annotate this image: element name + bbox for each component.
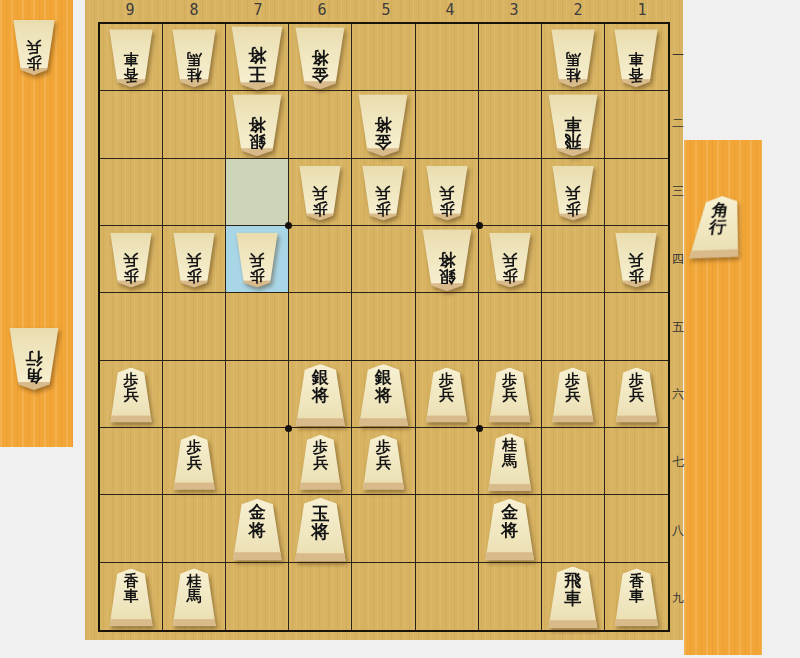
square-39[interactable] [479,563,542,630]
square-43[interactable]: 歩兵 [416,159,479,226]
square-32[interactable] [479,91,542,158]
piece-kanji: 桂馬 [565,51,580,82]
piece-sente-king[interactable]: 玉将 [293,498,347,562]
piece-sente-pawn[interactable]: 歩兵 [425,367,469,422]
square-29[interactable]: 飛車 [542,563,605,630]
file-label-2: 2 [546,1,610,20]
square-21[interactable]: 桂馬 [542,24,605,91]
rank-label-9: 九 [672,564,684,632]
square-81[interactable]: 桂馬 [163,24,226,91]
piece-gote-pawn[interactable]: 歩兵 [614,233,658,288]
piece-sente-lance[interactable]: 香車 [108,568,154,626]
square-91[interactable]: 香車 [100,24,163,91]
square-62[interactable] [289,91,352,158]
piece-kanji: 銀将 [249,116,266,151]
piece-kanji: 王将 [248,46,266,83]
piece-sente-pawn[interactable]: 歩兵 [298,435,342,490]
square-68[interactable]: 玉将 [289,495,352,562]
piece-sente-pawn[interactable]: 歩兵 [361,435,405,490]
piece-kanji: 銀将 [312,370,329,405]
rank-label-2: 二 [672,90,684,158]
rank-label-8: 八 [672,496,684,564]
square-18[interactable] [605,495,668,562]
piece-gote-gold[interactable]: 金将 [294,27,346,89]
square-11[interactable]: 香車 [605,24,668,91]
square-82[interactable] [163,91,226,158]
square-75[interactable] [226,293,289,360]
square-38[interactable]: 金将 [479,495,542,562]
piece-gote-pawn[interactable]: 歩兵 [361,165,405,220]
square-27[interactable] [542,428,605,495]
piece-gote-pawn[interactable]: 歩兵 [12,20,56,75]
piece-kanji: 香車 [124,51,139,82]
board-grid: 香車桂馬王将金将桂馬香車銀将金将飛車歩兵歩兵歩兵歩兵歩兵歩兵歩兵銀将歩兵歩兵歩兵… [98,22,670,632]
rank-label-3: 三 [672,158,684,226]
piece-gote-pawn[interactable]: 歩兵 [235,233,279,288]
file-label-9: 9 [98,1,162,20]
square-93[interactable] [100,159,163,226]
square-59[interactable] [352,563,415,630]
piece-gote-silver[interactable]: 銀将 [231,95,283,157]
piece-edge [613,619,659,627]
square-53[interactable]: 歩兵 [352,159,415,226]
piece-kanji: 角行 [26,349,43,384]
shogi-board: 9 8 7 6 5 4 3 2 1 一 二 三 四 五 六 七 八 九 香車桂馬… [85,0,683,640]
square-94[interactable]: 歩兵 [100,226,163,293]
piece-edge [488,415,532,422]
star-point [285,222,292,229]
piece-gote-bishop[interactable]: 角行 [8,328,60,390]
piece-kanji: 歩兵 [565,372,580,403]
piece-edge [231,553,283,561]
piece-kanji: 金将 [501,504,518,539]
piece-kanji: 桂馬 [187,574,202,605]
piece-gote-pawn[interactable]: 歩兵 [551,165,595,220]
square-48[interactable] [416,495,479,562]
square-22[interactable]: 飛車 [542,91,605,158]
square-41[interactable] [416,24,479,91]
shogi-app: { "game": "shogi", "position": { "sfen":… [0,0,800,658]
piece-gote-rook[interactable]: 飛車 [547,95,599,157]
piece-kanji: 香車 [629,574,644,605]
square-24[interactable] [542,226,605,293]
gote-captured-tray: 歩兵角行 [0,0,73,447]
square-74[interactable]: 歩兵 [226,226,289,293]
square-25[interactable] [542,293,605,360]
square-85[interactable] [163,293,226,360]
square-63[interactable]: 歩兵 [289,159,352,226]
square-66[interactable]: 銀将 [289,361,352,428]
square-78[interactable]: 金将 [226,495,289,562]
piece-kanji: 金将 [312,48,329,83]
square-56[interactable]: 銀将 [352,361,415,428]
square-44[interactable]: 銀将 [416,226,479,293]
piece-kanji: 玉将 [311,505,329,542]
square-76[interactable] [226,361,289,428]
piece-edge [109,415,153,422]
piece-sente-gold[interactable]: 金将 [231,499,283,561]
square-98[interactable] [100,495,163,562]
square-16[interactable]: 歩兵 [605,361,668,428]
square-73[interactable] [226,159,289,226]
file-label-5: 5 [354,1,418,20]
piece-gote-pawn[interactable]: 歩兵 [109,233,153,288]
square-65[interactable] [289,293,352,360]
piece-kanji: 飛車 [564,116,581,151]
piece-gote-pawn[interactable]: 歩兵 [425,165,469,220]
square-15[interactable] [605,293,668,360]
square-23[interactable]: 歩兵 [542,159,605,226]
piece-gote-lance[interactable]: 香車 [613,29,659,87]
piece-edge [357,418,409,426]
square-58[interactable] [352,495,415,562]
square-35[interactable] [479,293,542,360]
square-87[interactable]: 歩兵 [163,428,226,495]
piece-kanji: 歩兵 [124,372,139,403]
piece-gote-lance[interactable]: 香車 [108,29,154,87]
file-labels: 9 8 7 6 5 4 3 2 1 [98,1,674,20]
square-79[interactable] [226,563,289,630]
square-51[interactable] [352,24,415,91]
piece-kanji: 歩兵 [629,372,644,403]
square-57[interactable]: 歩兵 [352,428,415,495]
piece-edge [298,483,342,490]
square-64[interactable] [289,226,352,293]
square-47[interactable] [416,428,479,495]
file-label-3: 3 [482,1,546,20]
square-95[interactable] [100,293,163,360]
star-point [476,425,483,432]
square-14[interactable]: 歩兵 [605,226,668,293]
piece-edge [171,619,217,627]
square-69[interactable] [289,563,352,630]
square-19[interactable]: 香車 [605,563,668,630]
file-label-6: 6 [290,1,354,20]
rank-labels: 一 二 三 四 五 六 七 八 九 [672,22,684,632]
square-26[interactable]: 歩兵 [542,361,605,428]
square-33[interactable] [479,159,542,226]
square-84[interactable]: 歩兵 [163,226,226,293]
piece-edge [294,418,346,426]
square-28[interactable] [542,495,605,562]
square-45[interactable] [416,293,479,360]
piece-sente-lance[interactable]: 香車 [613,568,659,626]
square-31[interactable] [479,24,542,91]
piece-gote-pawn[interactable]: 歩兵 [488,233,532,288]
piece-sente-rook[interactable]: 飛車 [547,567,599,629]
piece-kanji: 歩兵 [376,184,391,215]
piece-kanji: 桂馬 [187,51,202,82]
piece-gote-knight[interactable]: 桂馬 [171,29,217,87]
piece-edge [361,483,405,490]
square-61[interactable]: 金将 [289,24,352,91]
piece-kanji: 歩兵 [124,252,139,283]
rank-label-6: 六 [672,361,684,429]
rank-label-4: 四 [672,225,684,293]
piece-sente-pawn[interactable]: 歩兵 [109,367,153,422]
square-71[interactable]: 王将 [226,24,289,91]
piece-kanji: 歩兵 [502,372,517,403]
rank-label-7: 七 [672,429,684,497]
file-label-8: 8 [162,1,226,20]
piece-kanji: 金将 [375,116,392,151]
square-52[interactable]: 金将 [352,91,415,158]
piece-kanji: 歩兵 [439,372,454,403]
piece-sente-pawn[interactable]: 歩兵 [614,367,658,422]
star-point [476,222,483,229]
square-72[interactable]: 銀将 [226,91,289,158]
piece-gote-gold[interactable]: 金将 [357,95,409,157]
square-13[interactable] [605,159,668,226]
piece-edge [547,621,599,629]
piece-sente-gold[interactable]: 金将 [484,499,536,561]
square-92[interactable] [100,91,163,158]
sente-captured-tray: 角行 [684,140,762,655]
square-54[interactable] [352,226,415,293]
square-99[interactable]: 香車 [100,563,163,630]
piece-sente-pawn[interactable]: 歩兵 [551,367,595,422]
piece-edge [614,415,658,422]
rank-label-1: 一 [672,22,684,90]
piece-kanji: 桂馬 [502,439,517,470]
square-42[interactable] [416,91,479,158]
piece-kanji: 歩兵 [187,252,202,283]
square-97[interactable] [100,428,163,495]
piece-kanji: 歩兵 [313,440,328,471]
piece-gote-silver[interactable]: 銀将 [421,229,473,291]
square-86[interactable] [163,361,226,428]
square-55[interactable] [352,293,415,360]
square-46[interactable]: 歩兵 [416,361,479,428]
piece-sente-silver[interactable]: 銀将 [294,364,346,426]
piece-edge [487,484,533,492]
piece-gote-pawn[interactable]: 歩兵 [172,233,216,288]
square-77[interactable] [226,428,289,495]
square-34[interactable]: 歩兵 [479,226,542,293]
piece-kanji: 香車 [124,574,139,605]
star-point [285,425,292,432]
piece-kanji: 飛車 [564,572,581,607]
piece-kanji: 歩兵 [565,184,580,215]
piece-sente-pawn[interactable]: 歩兵 [488,367,532,422]
piece-edge [687,249,740,259]
piece-kanji: 歩兵 [27,39,42,70]
piece-kanji: 歩兵 [439,184,454,215]
piece-edge [108,619,154,627]
piece-sente-knight[interactable]: 桂馬 [487,433,533,491]
square-88[interactable] [163,495,226,562]
piece-kanji: 金将 [249,504,266,539]
piece-kanji: 角行 [708,201,730,237]
piece-kanji: 歩兵 [502,252,517,283]
square-17[interactable] [605,428,668,495]
square-12[interactable] [605,91,668,158]
piece-edge [293,553,347,561]
piece-sente-silver[interactable]: 銀将 [357,364,409,426]
piece-edge [172,483,216,490]
piece-edge [484,553,536,561]
piece-gote-king[interactable]: 王将 [230,26,284,90]
file-label-7: 7 [226,1,290,20]
square-36[interactable]: 歩兵 [479,361,542,428]
piece-edge [551,415,595,422]
square-96[interactable]: 歩兵 [100,361,163,428]
piece-edge [425,415,469,422]
piece-gote-knight[interactable]: 桂馬 [550,29,596,87]
piece-kanji: 銀将 [375,370,392,405]
square-49[interactable] [416,563,479,630]
piece-gote-pawn[interactable]: 歩兵 [298,165,342,220]
piece-kanji: 香車 [629,51,644,82]
square-83[interactable] [163,159,226,226]
piece-kanji: 歩兵 [376,440,391,471]
square-37[interactable]: 桂馬 [479,428,542,495]
rank-label-5: 五 [672,293,684,361]
square-67[interactable]: 歩兵 [289,428,352,495]
piece-kanji: 歩兵 [187,440,202,471]
file-label-1: 1 [610,1,674,20]
piece-kanji: 歩兵 [629,252,644,283]
piece-kanji: 歩兵 [313,184,328,215]
square-89[interactable]: 桂馬 [163,563,226,630]
piece-kanji: 歩兵 [250,252,265,283]
piece-sente-pawn[interactable]: 歩兵 [172,435,216,490]
piece-sente-knight[interactable]: 桂馬 [171,568,217,626]
file-label-4: 4 [418,1,482,20]
piece-sente-bishop[interactable]: 角行 [687,195,748,259]
piece-kanji: 銀将 [438,250,455,285]
